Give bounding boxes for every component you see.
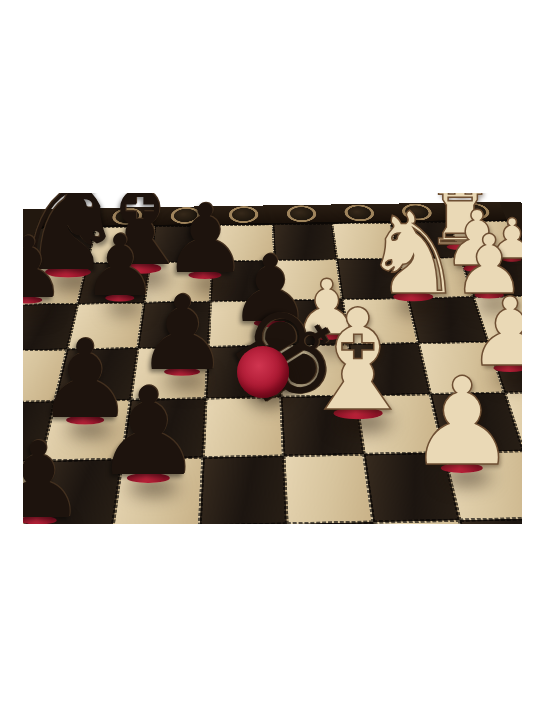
chess-set-photo: ♞♝♟♟♟♟♟♟♟♟♚♞♜♟♟♟♟♟♝♟ [23,193,522,524]
red-felt-base [237,346,289,398]
studio-background: ♞♝♟♟♟♟♟♟♟♟♚♞♜♟♟♟♟♟♝♟ [0,0,540,720]
pieces-layer: ♞♝♟♟♟♟♟♟♟♟♚♞♜♟♟♟♟♟♝♟ [23,193,522,524]
partial-black-pawn: ♟ [23,428,85,524]
white-pawn: ♟ [408,362,517,483]
partial-black-pawn: ♟ [23,226,66,310]
white-bishop: ♝ [295,291,420,431]
black-pawn: ♟ [94,372,203,493]
